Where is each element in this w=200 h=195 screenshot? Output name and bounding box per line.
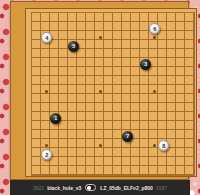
- move-number-label: 2: [45, 152, 48, 158]
- move-number-label: 5: [72, 43, 75, 49]
- star-point: [153, 144, 156, 147]
- star-point: [45, 144, 48, 147]
- color-toggle[interactable]: [85, 184, 96, 191]
- move-number-label: 3: [144, 61, 147, 67]
- stone-move-6-white: 6: [149, 23, 160, 34]
- move-number-label: 1: [54, 115, 57, 121]
- white-player-name: LZ_05db_ELFv2_p800: [100, 185, 153, 191]
- move-number-label: 6: [153, 26, 156, 32]
- stone-move-5-black: 5: [68, 41, 79, 52]
- stone-move-8-white: 8: [158, 140, 169, 151]
- star-point: [99, 90, 102, 93]
- stone-move-4-white: 4: [41, 32, 52, 43]
- star-point: [99, 144, 102, 147]
- toggle-knob-icon: [87, 186, 91, 190]
- move-number-label: 7: [126, 133, 129, 139]
- stone-move-7-black: 7: [122, 131, 133, 142]
- board-grid: [31, 12, 195, 176]
- star-point: [153, 36, 156, 39]
- star-point: [45, 90, 48, 93]
- move-number-label: 4: [45, 35, 48, 41]
- stone-move-3-black: 3: [140, 59, 151, 70]
- status-bar: 3622 black_hole_v3 LZ_05db_ELFv2_p800 31…: [10, 180, 190, 195]
- white-player-rating: 3187: [156, 185, 167, 191]
- go-game-viewer: 3622 black_hole_v3 LZ_05db_ELFv2_p800 31…: [0, 0, 200, 195]
- star-point: [153, 90, 156, 93]
- black-player-name: black_hole_v3: [47, 185, 81, 191]
- stone-move-2-white: 2: [41, 149, 52, 160]
- stone-move-1-black: 1: [50, 113, 61, 124]
- black-player-rating: 3622: [33, 185, 44, 191]
- star-point: [99, 36, 102, 39]
- move-number-label: 8: [162, 143, 165, 149]
